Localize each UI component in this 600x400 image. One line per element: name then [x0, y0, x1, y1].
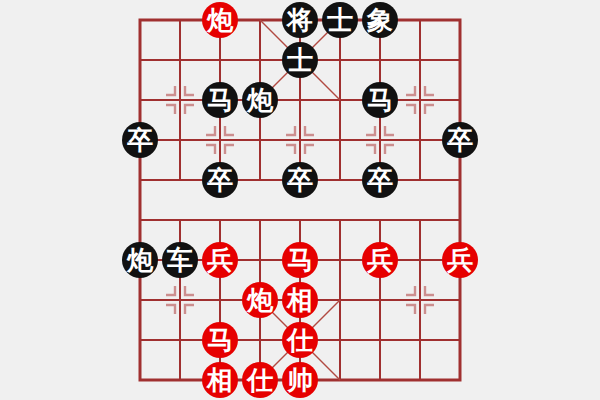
piece-black-pawn[interactable]: 卒 — [442, 122, 478, 158]
piece-black-advisor[interactable]: 士 — [282, 42, 318, 78]
piece-red-pawn[interactable]: 兵 — [362, 242, 398, 278]
piece-black-cannon[interactable]: 炮 — [122, 242, 158, 278]
piece-red-pawn[interactable]: 兵 — [442, 242, 478, 278]
piece-red-cannon[interactable]: 炮 — [202, 2, 238, 38]
piece-red-horse[interactable]: 马 — [202, 322, 238, 358]
piece-black-elephant[interactable]: 象 — [362, 2, 398, 38]
piece-red-horse[interactable]: 马 — [282, 242, 318, 278]
screenshot-root: { "game": "xiangqi", "position": { "fen"… — [0, 0, 600, 400]
piece-red-elephant[interactable]: 相 — [202, 362, 238, 398]
piece-black-horse[interactable]: 马 — [202, 82, 238, 118]
piece-red-cannon[interactable]: 炮 — [242, 282, 278, 318]
piece-black-pawn[interactable]: 卒 — [122, 122, 158, 158]
piece-red-pawn[interactable]: 兵 — [202, 242, 238, 278]
board-grid[interactable]: 炮将士象士马炮马卒卒卒卒卒炮车兵马兵兵炮相马仕相仕帅 — [120, 0, 480, 400]
piece-red-advisor[interactable]: 仕 — [282, 322, 318, 358]
piece-red-advisor[interactable]: 仕 — [242, 362, 278, 398]
piece-black-advisor[interactable]: 士 — [322, 2, 358, 38]
piece-black-general[interactable]: 将 — [282, 2, 318, 38]
piece-black-pawn[interactable]: 卒 — [282, 162, 318, 198]
piece-black-horse[interactable]: 马 — [362, 82, 398, 118]
piece-black-cannon[interactable]: 炮 — [242, 82, 278, 118]
piece-black-pawn[interactable]: 卒 — [362, 162, 398, 198]
piece-black-chariot[interactable]: 车 — [162, 242, 198, 278]
piece-black-pawn[interactable]: 卒 — [202, 162, 238, 198]
xiangqi-app: 炮将士象士马炮马卒卒卒卒卒炮车兵马兵兵炮相马仕相仕帅 — [0, 0, 600, 400]
piece-red-general[interactable]: 帅 — [282, 362, 318, 398]
piece-red-elephant[interactable]: 相 — [282, 282, 318, 318]
